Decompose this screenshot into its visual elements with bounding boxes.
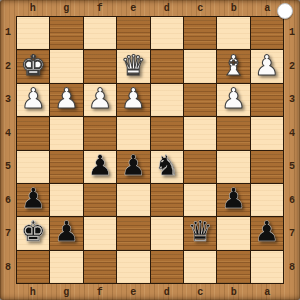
square-b8[interactable] [217,251,249,283]
piece-white-pawn-f3[interactable]: ♟ [87,85,112,113]
square-h5[interactable] [17,151,49,183]
square-b4[interactable] [217,117,249,149]
square-h2[interactable]: ♚ [17,50,49,82]
piece-white-king-h2[interactable]: ♚ [21,52,46,80]
square-g7[interactable]: ♟ [50,217,82,249]
file-label-g: g [50,0,84,16]
square-a1[interactable] [251,17,283,49]
square-g2[interactable] [50,50,82,82]
square-d2[interactable] [151,50,183,82]
square-b5[interactable] [217,151,249,183]
piece-black-pawn-g7[interactable]: ♟ [54,218,79,246]
square-g4[interactable] [50,117,82,149]
square-f5[interactable]: ♟ [84,151,116,183]
square-d1[interactable] [151,17,183,49]
file-label-f: f [83,284,117,300]
chess-board-frame: hgfedcba hgfedcba 12345678 12345678 ♚♛♝♟… [0,0,300,300]
square-h1[interactable] [17,17,49,49]
piece-white-pawn-b3[interactable]: ♟ [221,85,246,113]
square-e5[interactable]: ♟ [117,151,149,183]
file-label-c: c [184,284,218,300]
rank-label-1: 1 [0,16,16,50]
rank-label-5: 5 [284,150,300,184]
square-a8[interactable] [251,251,283,283]
file-label-h: h [16,284,50,300]
piece-black-pawn-e5[interactable]: ♟ [121,152,146,180]
file-label-g: g [50,284,84,300]
rank-label-7: 7 [284,217,300,251]
square-c7[interactable]: ♛ [184,217,216,249]
piece-white-pawn-e3[interactable]: ♟ [121,85,146,113]
square-c8[interactable] [184,251,216,283]
rank-label-2: 2 [284,50,300,84]
rank-label-6: 6 [284,184,300,218]
square-e3[interactable]: ♟ [117,84,149,116]
square-c3[interactable] [184,84,216,116]
square-d8[interactable] [151,251,183,283]
square-e7[interactable] [117,217,149,249]
square-d6[interactable] [151,184,183,216]
white-to-move-indicator [277,3,293,19]
file-label-b: b [217,0,251,16]
piece-black-pawn-b6[interactable]: ♟ [221,185,246,213]
square-h4[interactable] [17,117,49,149]
square-b6[interactable]: ♟ [217,184,249,216]
square-g8[interactable] [50,251,82,283]
piece-black-knight-d5[interactable]: ♞ [154,152,179,180]
rank-label-5: 5 [0,150,16,184]
rank-labels-right: 12345678 [284,16,300,284]
square-g5[interactable] [50,151,82,183]
piece-white-pawn-a2[interactable]: ♟ [254,52,279,80]
square-a4[interactable] [251,117,283,149]
square-b3[interactable]: ♟ [217,84,249,116]
square-a2[interactable]: ♟ [251,50,283,82]
square-f8[interactable] [84,251,116,283]
square-c5[interactable] [184,151,216,183]
rank-label-7: 7 [0,217,16,251]
square-g3[interactable]: ♟ [50,84,82,116]
rank-label-4: 4 [284,117,300,151]
square-d3[interactable] [151,84,183,116]
square-c1[interactable] [184,17,216,49]
piece-black-pawn-f5[interactable]: ♟ [87,152,112,180]
rank-label-8: 8 [0,251,16,285]
rank-label-3: 3 [0,83,16,117]
file-label-b: b [217,284,251,300]
rank-label-2: 2 [0,50,16,84]
rank-label-4: 4 [0,117,16,151]
file-label-f: f [83,0,117,16]
rank-labels-left: 12345678 [0,16,16,284]
rank-label-6: 6 [0,184,16,218]
square-e8[interactable] [117,251,149,283]
chess-board: ♚♛♝♟♟♟♟♟♟♟♟♞♟♟♚♟♛♟ [16,16,284,284]
square-g1[interactable] [50,17,82,49]
rank-label-8: 8 [284,251,300,285]
square-b1[interactable] [217,17,249,49]
rank-label-3: 3 [284,83,300,117]
piece-white-bishop-b2[interactable]: ♝ [221,52,246,80]
piece-black-king-h7[interactable]: ♚ [21,218,46,246]
square-f4[interactable] [84,117,116,149]
piece-white-pawn-g3[interactable]: ♟ [54,85,79,113]
square-e2[interactable]: ♛ [117,50,149,82]
square-f7[interactable] [84,217,116,249]
file-label-d: d [150,284,184,300]
square-d5[interactable]: ♞ [151,151,183,183]
square-a5[interactable] [251,151,283,183]
square-f2[interactable] [84,50,116,82]
square-e1[interactable] [117,17,149,49]
square-e6[interactable] [117,184,149,216]
square-h7[interactable]: ♚ [17,217,49,249]
piece-black-pawn-h6[interactable]: ♟ [21,185,46,213]
square-c2[interactable] [184,50,216,82]
file-label-c: c [184,0,218,16]
square-e4[interactable] [117,117,149,149]
square-c6[interactable] [184,184,216,216]
square-d7[interactable] [151,217,183,249]
piece-black-pawn-a7[interactable]: ♟ [254,218,279,246]
file-label-e: e [117,0,151,16]
square-f1[interactable] [84,17,116,49]
square-a3[interactable] [251,84,283,116]
file-labels-top: hgfedcba [16,0,284,16]
square-a6[interactable] [251,184,283,216]
square-f6[interactable] [84,184,116,216]
square-h6[interactable]: ♟ [17,184,49,216]
square-g6[interactable] [50,184,82,216]
file-label-e: e [117,284,151,300]
square-f3[interactable]: ♟ [84,84,116,116]
square-d4[interactable] [151,117,183,149]
square-a7[interactable]: ♟ [251,217,283,249]
square-b7[interactable] [217,217,249,249]
square-h3[interactable]: ♟ [17,84,49,116]
file-label-d: d [150,0,184,16]
rank-label-1: 1 [284,16,300,50]
piece-white-queen-e2[interactable]: ♛ [121,52,146,80]
square-c4[interactable] [184,117,216,149]
square-h8[interactable] [17,251,49,283]
piece-white-pawn-h3[interactable]: ♟ [21,85,46,113]
file-label-a: a [251,284,285,300]
square-b2[interactable]: ♝ [217,50,249,82]
piece-black-queen-c7[interactable]: ♛ [188,218,213,246]
file-labels-bottom: hgfedcba [16,284,284,300]
file-label-h: h [16,0,50,16]
